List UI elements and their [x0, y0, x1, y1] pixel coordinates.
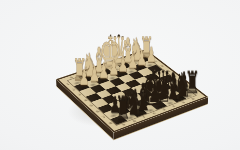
- product-photo: hgfedcba hgfedcba 12345678 12345678 ♜♞♝♚…: [0, 0, 240, 150]
